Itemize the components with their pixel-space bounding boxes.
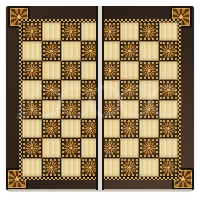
square-r4c6-dark [120, 80, 140, 99]
square-r3c6-light [120, 61, 140, 80]
square-r2c1-light [22, 41, 42, 60]
square-r8c8-dark [159, 158, 179, 177]
square-r1c6-light [120, 22, 140, 41]
square-r3c8-light [159, 61, 179, 80]
square-r4c3-light [61, 80, 81, 99]
square-r2c7-light [139, 41, 159, 60]
square-r8c1-light [22, 158, 42, 177]
square-r4c8-dark [159, 80, 179, 99]
square-r5c6-light [120, 100, 140, 119]
square-r2c8-dark [159, 41, 179, 60]
square-r6c2-dark [42, 119, 62, 138]
square-r6c1-light [22, 119, 42, 138]
square-r7c6-light [120, 138, 140, 157]
square-r3c3-dark [61, 61, 81, 80]
square-r3c2-light [42, 61, 62, 80]
square-r3c7-dark [139, 61, 159, 80]
square-r6c8-dark [159, 119, 179, 138]
square-r2c2-dark [42, 41, 62, 60]
square-r5c7-dark [139, 100, 159, 119]
square-r8c2-dark [42, 158, 62, 177]
square-r6c6-dark [120, 119, 140, 138]
square-r4c2-dark [42, 80, 62, 99]
square-r7c3-dark [61, 138, 81, 157]
square-r1c7-dark [139, 22, 159, 41]
square-r5c3-dark [61, 100, 81, 119]
square-r4c1-light [22, 80, 42, 99]
square-r6c3-light [61, 119, 81, 138]
square-r8c3-light [61, 158, 81, 177]
square-r7c8-light [159, 138, 179, 157]
square-r1c1-dark [22, 22, 42, 41]
square-r2c6-dark [120, 41, 140, 60]
square-r7c7-dark [139, 138, 159, 157]
chess-board [6, 6, 194, 190]
square-r1c2-light [42, 22, 62, 41]
square-r8c6-dark [120, 158, 140, 177]
square-r7c1-dark [22, 138, 42, 157]
square-r8c7-light [139, 158, 159, 177]
square-r5c8-light [159, 100, 179, 119]
photo-background [0, 0, 200, 200]
square-r3c1-dark [22, 61, 42, 80]
square-r7c2-light [42, 138, 62, 157]
square-r5c2-light [42, 100, 62, 119]
square-r4c7-light [139, 80, 159, 99]
square-r1c8-light [159, 22, 179, 41]
square-r5c1-dark [22, 100, 42, 119]
square-r6c7-light [139, 119, 159, 138]
hinge-seam [96, 6, 104, 190]
square-r1c3-dark [61, 22, 81, 41]
square-r2c3-light [61, 41, 81, 60]
